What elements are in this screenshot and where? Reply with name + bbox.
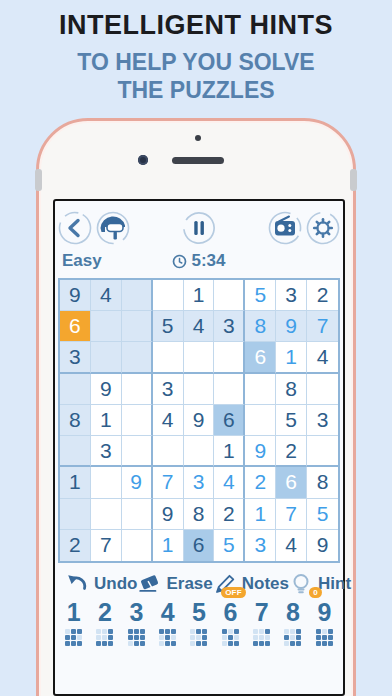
sudoku-cell-r7c3[interactable]: 9 xyxy=(122,467,153,498)
sudoku-cell-r8c9[interactable]: 5 xyxy=(307,499,338,530)
pad-number-2[interactable]: 2 xyxy=(89,600,120,646)
minigrid-square xyxy=(77,641,82,646)
toolbar xyxy=(55,210,343,246)
minigrid-square xyxy=(202,629,207,634)
sudoku-cell-r6c5[interactable] xyxy=(184,436,215,467)
minigrid-square xyxy=(328,641,333,646)
sudoku-cell-r3c3[interactable] xyxy=(122,342,153,373)
minigrid-square xyxy=(322,641,327,646)
page-title: INTELLIGENT HINTS xyxy=(0,10,392,41)
sudoku-cell-r8c7[interactable]: 1 xyxy=(245,499,276,530)
sudoku-cell-r7c5[interactable]: 3 xyxy=(184,467,215,498)
pad-number-6[interactable]: 6 xyxy=(215,600,246,646)
phone-screen: Easy 5:34 941532654389736149388149653319… xyxy=(53,199,345,696)
sudoku-cell-r2c4[interactable]: 5 xyxy=(153,311,184,342)
sudoku-cell-r8c6[interactable]: 2 xyxy=(214,499,245,530)
minigrid-square xyxy=(171,629,176,634)
minigrid-square xyxy=(316,635,321,640)
erase-button[interactable]: Erase xyxy=(137,572,212,596)
sudoku-cell-r2c7[interactable]: 8 xyxy=(245,311,276,342)
minigrid-square xyxy=(322,635,327,640)
back-icon xyxy=(58,211,92,245)
minigrid-square xyxy=(159,635,164,640)
pad-minigrid xyxy=(190,629,207,646)
minigrid-square xyxy=(165,635,170,640)
sudoku-cell-r2c9[interactable]: 7 xyxy=(307,311,338,342)
gear-icon xyxy=(306,211,340,245)
antenna-band-left xyxy=(35,169,42,191)
pad-number-4[interactable]: 4 xyxy=(152,600,183,646)
minigrid-square xyxy=(159,629,164,634)
sudoku-cell-r8c3[interactable] xyxy=(122,499,153,530)
sudoku-cell-r9c2[interactable]: 7 xyxy=(91,530,122,561)
sudoku-cell-r9c7[interactable]: 3 xyxy=(245,530,276,561)
sensor-dot xyxy=(195,135,201,141)
minigrid-square xyxy=(77,635,82,640)
minigrid-square xyxy=(196,629,201,634)
sudoku-cell-r5c6[interactable]: 6 xyxy=(214,405,245,436)
sudoku-grid: 9415326543897361493881496533192197342689… xyxy=(58,278,340,563)
sudoku-cell-r1c9[interactable]: 2 xyxy=(307,280,338,311)
sudoku-cell-r4c7[interactable] xyxy=(245,374,276,405)
undo-label: Undo xyxy=(94,574,137,594)
pause-button[interactable] xyxy=(182,211,216,245)
minigrid-square xyxy=(102,641,107,646)
sudoku-cell-r5c5[interactable]: 9 xyxy=(184,405,215,436)
minigrid-square xyxy=(65,635,70,640)
sudoku-cell-r2c5[interactable]: 4 xyxy=(184,311,215,342)
timer: 5:34 xyxy=(55,251,343,271)
notes-label: Notes xyxy=(242,574,289,594)
pad-minigrid xyxy=(65,629,82,646)
minigrid-square xyxy=(234,641,239,646)
settings-button[interactable] xyxy=(306,211,340,245)
sudoku-cell-r6c8[interactable]: 2 xyxy=(276,436,307,467)
minigrid-square xyxy=(140,635,145,640)
sudoku-cell-r8c4[interactable]: 9 xyxy=(153,499,184,530)
sudoku-cell-r8c2[interactable] xyxy=(91,499,122,530)
sudoku-cell-r2c2[interactable] xyxy=(91,311,122,342)
pad-minigrid xyxy=(222,629,239,646)
minigrid-square xyxy=(253,635,258,640)
camera-dot xyxy=(138,155,148,165)
sudoku-cell-r4c3[interactable] xyxy=(122,374,153,405)
sudoku-cell-r6c7[interactable]: 9 xyxy=(245,436,276,467)
minigrid-square xyxy=(202,641,207,646)
minigrid-square xyxy=(140,641,145,646)
minigrid-square xyxy=(316,641,321,646)
notes-off-badge: OFF xyxy=(221,587,246,598)
sudoku-cell-r2c1[interactable]: 6 xyxy=(60,311,91,342)
sudoku-cell-r4c6[interactable] xyxy=(214,374,245,405)
bulb-icon: 0 xyxy=(289,572,313,596)
undo-button[interactable]: Undo xyxy=(65,572,137,596)
sudoku-cell-r6c9[interactable] xyxy=(307,436,338,467)
sudoku-cell-r6c2[interactable]: 3 xyxy=(91,436,122,467)
page-subtitle: TO HELP YOU SOLVE THE PUZZLES xyxy=(0,48,392,104)
sudoku-cell-r8c1[interactable] xyxy=(60,499,91,530)
sudoku-cell-r4c4[interactable]: 3 xyxy=(153,374,184,405)
undo-icon xyxy=(65,572,89,596)
pad-digit: 8 xyxy=(286,600,300,625)
sudoku-cell-r1c1[interactable]: 9 xyxy=(60,280,91,311)
sudoku-cell-r2c3[interactable] xyxy=(122,311,153,342)
minigrid-square xyxy=(159,641,164,646)
info-row: Easy 5:34 xyxy=(55,251,343,271)
sudoku-cell-r9c9[interactable]: 9 xyxy=(307,530,338,561)
minigrid-square xyxy=(259,641,264,646)
sudoku-cell-r4c2[interactable]: 9 xyxy=(91,374,122,405)
minigrid-square xyxy=(71,629,76,634)
minigrid-square xyxy=(165,629,170,634)
minigrid-square xyxy=(284,641,289,646)
phone-frame: Easy 5:34 941532654389736149388149653319… xyxy=(36,118,356,696)
speaker-grille xyxy=(172,157,224,164)
minigrid-square xyxy=(65,629,70,634)
minigrid-square xyxy=(190,641,195,646)
sudoku-cell-r6c3[interactable] xyxy=(122,436,153,467)
pad-digit: 7 xyxy=(255,600,269,625)
sudoku-cell-r5c3[interactable] xyxy=(122,405,153,436)
sudoku-cell-r4c5[interactable] xyxy=(184,374,215,405)
minigrid-square xyxy=(290,629,295,634)
marketing-header: INTELLIGENT HINTS TO HELP YOU SOLVE THE … xyxy=(0,10,392,104)
minigrid-square xyxy=(290,635,295,640)
sudoku-cell-r3c2[interactable] xyxy=(91,342,122,373)
sudoku-cell-r3c5[interactable] xyxy=(184,342,215,373)
pad-digit: 1 xyxy=(67,600,81,625)
pad-minigrid xyxy=(284,629,301,646)
minigrid-square xyxy=(228,629,233,634)
toolbar-right-group xyxy=(268,211,340,245)
minigrid-square xyxy=(140,629,145,634)
notes-button[interactable]: OFF Notes xyxy=(213,572,289,596)
minigrid-square xyxy=(108,629,113,634)
pad-minigrid xyxy=(316,629,333,646)
minigrid-square xyxy=(134,641,139,646)
minigrid-square xyxy=(259,635,264,640)
sudoku-cell-r7c9[interactable]: 8 xyxy=(307,467,338,498)
sudoku-cell-r7c2[interactable] xyxy=(91,467,122,498)
sudoku-cell-r9c5[interactable]: 6 xyxy=(184,530,215,561)
sudoku-cell-r7c1[interactable]: 1 xyxy=(60,467,91,498)
minigrid-square xyxy=(202,635,207,640)
radio-icon xyxy=(268,211,302,245)
sudoku-cell-r3c1[interactable]: 3 xyxy=(60,342,91,373)
minigrid-square xyxy=(265,641,270,646)
sudoku-cell-r3c9[interactable]: 4 xyxy=(307,342,338,373)
pad-digit: 4 xyxy=(161,600,175,625)
minigrid-square xyxy=(322,629,327,634)
sudoku-cell-r1c6[interactable] xyxy=(214,280,245,311)
subtitle-line-2: THE PUZZLES xyxy=(0,76,392,104)
minigrid-square xyxy=(77,629,82,634)
minigrid-square xyxy=(328,629,333,634)
sudoku-cell-r7c4[interactable]: 7 xyxy=(153,467,184,498)
clock-icon xyxy=(172,254,187,269)
sudoku-cell-r9c6[interactable]: 5 xyxy=(214,530,245,561)
minigrid-square xyxy=(128,629,133,634)
minigrid-square xyxy=(265,629,270,634)
pad-minigrid xyxy=(253,629,270,646)
toolbar-left-group xyxy=(58,211,130,245)
minigrid-square xyxy=(253,641,258,646)
minigrid-square xyxy=(296,629,301,634)
theme-button[interactable] xyxy=(96,211,130,245)
sudoku-cell-r3c7[interactable]: 6 xyxy=(245,342,276,373)
minigrid-square xyxy=(108,641,113,646)
minigrid-square xyxy=(171,641,176,646)
hint-button[interactable]: 0 Hint xyxy=(289,572,351,596)
sudoku-cell-r5c8[interactable]: 5 xyxy=(276,405,307,436)
minigrid-square xyxy=(222,641,227,646)
sudoku-cell-r5c2[interactable]: 1 xyxy=(91,405,122,436)
pad-digit: 3 xyxy=(129,600,143,625)
sudoku-cell-r7c8[interactable]: 6 xyxy=(276,467,307,498)
pad-number-1[interactable]: 1 xyxy=(58,600,89,646)
minigrid-square xyxy=(296,635,301,640)
sudoku-cell-r3c8[interactable]: 1 xyxy=(276,342,307,373)
sudoku-cell-r9c1[interactable]: 2 xyxy=(60,530,91,561)
minigrid-square xyxy=(102,635,107,640)
sudoku-cell-r1c3[interactable] xyxy=(122,280,153,311)
pad-minigrid xyxy=(159,629,176,646)
pad-number-9[interactable]: 9 xyxy=(309,600,340,646)
sudoku-cell-r8c8[interactable]: 7 xyxy=(276,499,307,530)
pad-digit: 9 xyxy=(317,600,331,625)
minigrid-square xyxy=(196,641,201,646)
minigrid-square xyxy=(108,635,113,640)
pad-number-5[interactable]: 5 xyxy=(183,600,214,646)
minigrid-square xyxy=(296,641,301,646)
page: INTELLIGENT HINTS TO HELP YOU SOLVE THE … xyxy=(0,0,392,696)
minigrid-square xyxy=(196,635,201,640)
minigrid-square xyxy=(96,635,101,640)
minigrid-square xyxy=(228,635,233,640)
radio-button[interactable] xyxy=(268,211,302,245)
pad-number-3[interactable]: 3 xyxy=(121,600,152,646)
antenna-band-right xyxy=(350,169,357,191)
minigrid-square xyxy=(102,629,107,634)
pad-digit: 5 xyxy=(192,600,206,625)
sudoku-cell-r2c6[interactable]: 3 xyxy=(214,311,245,342)
minigrid-square xyxy=(171,635,176,640)
eraser-icon xyxy=(137,572,161,596)
sudoku-cell-r5c9[interactable]: 3 xyxy=(307,405,338,436)
minigrid-square xyxy=(128,635,133,640)
sudoku-cell-r5c1[interactable]: 8 xyxy=(60,405,91,436)
sudoku-cell-r3c6[interactable] xyxy=(214,342,245,373)
sudoku-cell-r8c5[interactable]: 8 xyxy=(184,499,215,530)
sudoku-cell-r9c3[interactable] xyxy=(122,530,153,561)
pencil-icon: OFF xyxy=(213,572,237,596)
hint-count-badge: 0 xyxy=(309,587,322,598)
sudoku-cell-r2c8[interactable]: 9 xyxy=(276,311,307,342)
pause-icon xyxy=(182,210,216,246)
minigrid-square xyxy=(96,641,101,646)
minigrid-square xyxy=(228,641,233,646)
erase-label: Erase xyxy=(166,574,212,594)
sudoku-cell-r4c8[interactable]: 8 xyxy=(276,374,307,405)
pad-number-7[interactable]: 7 xyxy=(246,600,277,646)
back-button[interactable] xyxy=(58,211,92,245)
minigrid-square xyxy=(190,629,195,634)
sudoku-cell-r6c4[interactable] xyxy=(153,436,184,467)
tool-row: Undo Erase xyxy=(55,569,343,599)
minigrid-square xyxy=(222,635,227,640)
hint-label: Hint xyxy=(318,574,351,594)
minigrid-square xyxy=(265,635,270,640)
sudoku-cell-r3c4[interactable] xyxy=(153,342,184,373)
sudoku-cell-r9c8[interactable]: 4 xyxy=(276,530,307,561)
minigrid-square xyxy=(316,629,321,634)
timer-text: 5:34 xyxy=(191,251,225,271)
sudoku-cell-r1c2[interactable]: 4 xyxy=(91,280,122,311)
minigrid-square xyxy=(259,629,264,634)
sudoku-cell-r1c8[interactable]: 3 xyxy=(276,280,307,311)
minigrid-square xyxy=(71,641,76,646)
minigrid-square xyxy=(253,629,258,634)
sudoku-cell-r4c9[interactable] xyxy=(307,374,338,405)
minigrid-square xyxy=(284,635,289,640)
minigrid-square xyxy=(65,641,70,646)
minigrid-square xyxy=(96,629,101,634)
pad-minigrid xyxy=(128,629,145,646)
paint-roller-icon xyxy=(96,211,130,245)
sudoku-cell-r1c7[interactable]: 5 xyxy=(245,280,276,311)
number-pad: 123456789 xyxy=(58,600,340,646)
sudoku-cell-r6c6[interactable]: 1 xyxy=(214,436,245,467)
pad-digit: 2 xyxy=(98,600,112,625)
subtitle-line-1: TO HELP YOU SOLVE xyxy=(0,48,392,76)
minigrid-square xyxy=(328,635,333,640)
sudoku-cell-r5c7[interactable] xyxy=(245,405,276,436)
minigrid-square xyxy=(190,635,195,640)
minigrid-square xyxy=(134,629,139,634)
sudoku-cell-r9c4[interactable]: 1 xyxy=(153,530,184,561)
minigrid-square xyxy=(222,629,227,634)
sudoku-cell-r7c6[interactable]: 4 xyxy=(214,467,245,498)
sudoku-cell-r4c1[interactable] xyxy=(60,374,91,405)
sudoku-cell-r1c4[interactable] xyxy=(153,280,184,311)
sudoku-cell-r5c4[interactable]: 4 xyxy=(153,405,184,436)
sudoku-cell-r7c7[interactable]: 2 xyxy=(245,467,276,498)
minigrid-square xyxy=(234,629,239,634)
sudoku-cell-r1c5[interactable]: 1 xyxy=(184,280,215,311)
sudoku-cell-r6c1[interactable] xyxy=(60,436,91,467)
minigrid-square xyxy=(165,641,170,646)
minigrid-square xyxy=(234,635,239,640)
minigrid-square xyxy=(290,641,295,646)
pad-digit: 6 xyxy=(223,600,237,625)
pad-number-8[interactable]: 8 xyxy=(277,600,308,646)
pad-minigrid xyxy=(96,629,113,646)
minigrid-square xyxy=(134,635,139,640)
minigrid-square xyxy=(128,641,133,646)
minigrid-square xyxy=(71,635,76,640)
minigrid-square xyxy=(284,629,289,634)
